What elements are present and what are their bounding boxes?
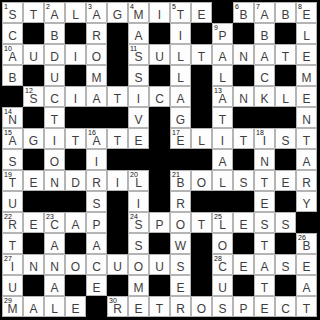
- cell-r3c11[interactable]: A: [212, 44, 233, 65]
- cell-r3c15[interactable]: E: [296, 44, 317, 65]
- cell-r8c15[interactable]: A: [296, 149, 317, 170]
- cell-letter: E: [297, 92, 316, 106]
- cell-letter: B: [297, 239, 316, 253]
- cell-r5c2[interactable]: 12S: [23, 86, 44, 107]
- cell-letter: B: [255, 29, 274, 43]
- cell-r13c15[interactable]: E: [296, 254, 317, 275]
- cell-r1c13[interactable]: 7A: [254, 2, 275, 23]
- cell-letter: C: [255, 71, 274, 85]
- cell-r13c8[interactable]: U: [149, 254, 170, 275]
- cell-r12c11[interactable]: O: [212, 233, 233, 254]
- cell-r1c7[interactable]: 4M: [128, 2, 149, 23]
- cell-r9c5[interactable]: R: [86, 170, 107, 191]
- cell-letter: B: [234, 8, 253, 22]
- cell-r5c10-block: [191, 86, 212, 107]
- cell-r15c12[interactable]: P: [233, 296, 254, 317]
- cell-r14c12-block: [233, 275, 254, 296]
- cell-r9c6[interactable]: I: [107, 170, 128, 191]
- cell-r11c14[interactable]: S: [275, 212, 296, 233]
- cell-r5c3[interactable]: C: [44, 86, 65, 107]
- cell-r14c5[interactable]: E: [86, 275, 107, 296]
- cell-letter: A: [66, 218, 85, 232]
- cell-r9c4[interactable]: D: [65, 170, 86, 191]
- cell-r4c14-block: [275, 65, 296, 86]
- cell-letter: I: [45, 134, 64, 148]
- cell-r11c12[interactable]: E: [233, 212, 254, 233]
- cell-letter: I: [108, 176, 127, 190]
- cell-letter: A: [24, 302, 43, 316]
- cell-r2c3[interactable]: B: [44, 23, 65, 44]
- cell-r12c6-block: [107, 233, 128, 254]
- cell-r6c12-block: [233, 107, 254, 128]
- cell-r1c6[interactable]: G: [107, 2, 128, 23]
- cell-r13c3[interactable]: N: [44, 254, 65, 275]
- cell-r8c2-block: [23, 149, 44, 170]
- cell-r10c15[interactable]: Y: [296, 191, 317, 212]
- cell-r8c12-block: [233, 149, 254, 170]
- cell-letter: R: [108, 302, 127, 316]
- cell-r12c5[interactable]: A: [86, 233, 107, 254]
- cell-r4c13[interactable]: C: [254, 65, 275, 86]
- cell-r9c1[interactable]: 19T: [2, 170, 23, 191]
- cell-r5c13[interactable]: K: [254, 86, 275, 107]
- cell-r15c1[interactable]: 29M: [2, 296, 23, 317]
- cell-letter: A: [213, 92, 232, 106]
- cell-letter: U: [3, 281, 22, 295]
- cell-letter: C: [87, 260, 106, 274]
- cell-r3c1[interactable]: 10A: [2, 44, 23, 65]
- cell-letter: E: [87, 281, 106, 295]
- cell-r14c2-block: [23, 275, 44, 296]
- cell-r14c1[interactable]: U: [2, 275, 23, 296]
- cell-r7c4[interactable]: T: [65, 128, 86, 149]
- cell-letter: D: [45, 50, 64, 64]
- cell-r2c4-block: [65, 23, 86, 44]
- cell-letter: U: [24, 50, 43, 64]
- cell-r7c7[interactable]: E: [128, 128, 149, 149]
- cell-r8c1[interactable]: S: [2, 149, 23, 170]
- cell-letter: O: [129, 260, 148, 274]
- cell-r1c14[interactable]: B: [275, 2, 296, 23]
- cell-r3c13[interactable]: A: [254, 44, 275, 65]
- cell-r6c1[interactable]: 14N: [2, 107, 23, 128]
- cell-letter: B: [171, 176, 190, 190]
- cell-r5c6[interactable]: T: [107, 86, 128, 107]
- cell-letter: M: [129, 281, 148, 295]
- cell-letter: T: [297, 302, 316, 316]
- cell-r9c12[interactable]: S: [233, 170, 254, 191]
- cell-r14c15[interactable]: A: [296, 275, 317, 296]
- cell-r7c1[interactable]: 15A: [2, 128, 23, 149]
- cell-letter: T: [171, 8, 190, 22]
- cell-r2c8-block: [149, 23, 170, 44]
- cell-letter: S: [276, 218, 295, 232]
- cell-r4c6-block: [107, 65, 128, 86]
- cell-letter: R: [171, 302, 190, 316]
- cell-letter: S: [129, 50, 148, 64]
- cell-letter: N: [234, 92, 253, 106]
- cell-r13c9[interactable]: S: [170, 254, 191, 275]
- cell-r10c4-block: [65, 191, 86, 212]
- cell-r15c7[interactable]: E: [128, 296, 149, 317]
- cell-r2c9[interactable]: I: [170, 23, 191, 44]
- cell-r3c5[interactable]: O: [86, 44, 107, 65]
- cell-r6c4-block: [65, 107, 86, 128]
- cell-r10c3-block: [44, 191, 65, 212]
- cell-r14c10-block: [191, 275, 212, 296]
- cell-letter: I: [255, 134, 274, 148]
- cell-r12c9[interactable]: W: [170, 233, 191, 254]
- cell-r12c7[interactable]: S: [128, 233, 149, 254]
- cell-r7c10[interactable]: L: [191, 128, 212, 149]
- cell-r4c3[interactable]: U: [44, 65, 65, 86]
- cell-letter: T: [3, 239, 22, 253]
- cell-r8c5[interactable]: I: [86, 149, 107, 170]
- cell-r8c4-block: [65, 149, 86, 170]
- cell-letter: A: [3, 50, 22, 64]
- cell-letter: O: [192, 302, 211, 316]
- cell-letter: P: [213, 29, 232, 43]
- cell-r8c3[interactable]: O: [44, 149, 65, 170]
- cell-r13c6[interactable]: U: [107, 254, 128, 275]
- cell-letter: L: [129, 176, 148, 190]
- cell-r10c12-block: [233, 191, 254, 212]
- cell-r12c4-block: [65, 233, 86, 254]
- cell-letter: E: [234, 260, 253, 274]
- cell-letter: E: [276, 176, 295, 190]
- cell-letter: T: [108, 92, 127, 106]
- cell-r15c8[interactable]: T: [149, 296, 170, 317]
- cell-r11c1[interactable]: 22R: [2, 212, 23, 233]
- cell-r15c14[interactable]: C: [275, 296, 296, 317]
- cell-r3c10[interactable]: T: [191, 44, 212, 65]
- cell-letter: A: [213, 155, 232, 169]
- cell-r3c8[interactable]: U: [149, 44, 170, 65]
- cell-r12c15[interactable]: 26B: [296, 233, 317, 254]
- cell-letter: I: [213, 134, 232, 148]
- cell-r2c15[interactable]: L: [296, 23, 317, 44]
- cell-r9c10[interactable]: O: [191, 170, 212, 191]
- cell-letter: R: [297, 176, 316, 190]
- cell-r15c9[interactable]: R: [170, 296, 191, 317]
- cell-r7c14[interactable]: S: [275, 128, 296, 149]
- cell-r1c8[interactable]: I: [149, 2, 170, 23]
- cell-letter: S: [24, 92, 43, 106]
- cell-r7c12[interactable]: T: [233, 128, 254, 149]
- cell-letter: A: [213, 50, 232, 64]
- cell-letter: L: [171, 50, 190, 64]
- cell-r7c8-block: [149, 128, 170, 149]
- cell-letter: M: [87, 71, 106, 85]
- cell-r7c15[interactable]: T: [296, 128, 317, 149]
- cell-r1c1[interactable]: 1S: [2, 2, 23, 23]
- cell-r6c11[interactable]: T: [212, 107, 233, 128]
- cell-r11c11[interactable]: 25L: [212, 212, 233, 233]
- cell-r7c5[interactable]: 16A: [86, 128, 107, 149]
- cell-letter: E: [297, 50, 316, 64]
- cell-r10c13[interactable]: E: [254, 191, 275, 212]
- cell-r14c3[interactable]: A: [44, 275, 65, 296]
- cell-letter: S: [129, 71, 148, 85]
- cell-r13c4[interactable]: O: [65, 254, 86, 275]
- cell-letter: A: [45, 281, 64, 295]
- cell-letter: R: [171, 197, 190, 211]
- cell-r13c1[interactable]: 27I: [2, 254, 23, 275]
- cell-r3c12[interactable]: N: [233, 44, 254, 65]
- cell-r12c10-block: [191, 233, 212, 254]
- cell-letter: E: [129, 302, 148, 316]
- cell-r5c14[interactable]: L: [275, 86, 296, 107]
- cell-letter: S: [234, 176, 253, 190]
- cell-r1c11-block: [212, 2, 233, 23]
- cell-letter: A: [87, 92, 106, 106]
- cell-letter: E: [171, 134, 190, 148]
- cell-r13c10-block: [191, 254, 212, 275]
- cell-letter: T: [213, 113, 232, 127]
- cell-r5c15[interactable]: E: [296, 86, 317, 107]
- cell-r9c2[interactable]: E: [23, 170, 44, 191]
- cell-r1c12[interactable]: 6B: [233, 2, 254, 23]
- cell-r7c9[interactable]: 17E: [170, 128, 191, 149]
- cell-letter: A: [87, 134, 106, 148]
- cell-letter: C: [3, 29, 22, 43]
- cell-r11c2[interactable]: E: [23, 212, 44, 233]
- cell-letter: T: [192, 50, 211, 64]
- cell-r5c5[interactable]: A: [86, 86, 107, 107]
- cell-r13c11[interactable]: 28C: [212, 254, 233, 275]
- cell-letter: B: [45, 29, 64, 43]
- cell-letter: T: [255, 239, 274, 253]
- cell-r14c7[interactable]: M: [128, 275, 149, 296]
- cell-r7c3[interactable]: I: [44, 128, 65, 149]
- cell-r4c5[interactable]: M: [86, 65, 107, 86]
- cell-r9c9[interactable]: 21B: [170, 170, 191, 191]
- cell-letter: S: [3, 155, 22, 169]
- cell-r11c8[interactable]: P: [149, 212, 170, 233]
- cell-r1c4[interactable]: L: [65, 2, 86, 23]
- cell-r6c7[interactable]: V: [128, 107, 149, 128]
- cell-r12c14-block: [275, 233, 296, 254]
- cell-r10c9[interactable]: R: [170, 191, 191, 212]
- cell-letter: G: [108, 8, 127, 22]
- cell-r13c5[interactable]: C: [86, 254, 107, 275]
- cell-r1c10[interactable]: E: [191, 2, 212, 23]
- cell-r3c2[interactable]: U: [23, 44, 44, 65]
- cell-r14c13[interactable]: T: [254, 275, 275, 296]
- cell-letter: U: [3, 197, 22, 211]
- cell-letter: N: [255, 155, 274, 169]
- cell-r11c3[interactable]: 23C: [44, 212, 65, 233]
- cell-r11c6-block: [107, 212, 128, 233]
- cell-r13c2[interactable]: N: [23, 254, 44, 275]
- cell-letter: A: [45, 239, 64, 253]
- cell-r8c13[interactable]: N: [254, 149, 275, 170]
- cell-letter: T: [255, 281, 274, 295]
- cell-letter: T: [234, 134, 253, 148]
- cell-r10c5[interactable]: S: [86, 191, 107, 212]
- cell-letter: C: [213, 260, 232, 274]
- cell-letter: A: [171, 92, 190, 106]
- cell-r5c7[interactable]: I: [128, 86, 149, 107]
- cell-r8c8-block: [149, 149, 170, 170]
- cell-r8c11[interactable]: A: [212, 149, 233, 170]
- cell-r9c11[interactable]: L: [212, 170, 233, 191]
- cell-r11c13[interactable]: S: [254, 212, 275, 233]
- cell-letter: A: [45, 8, 64, 22]
- cell-r5c8[interactable]: C: [149, 86, 170, 107]
- cell-r9c15[interactable]: R: [296, 170, 317, 191]
- cell-r11c4[interactable]: A: [65, 212, 86, 233]
- cell-r4c11[interactable]: L: [212, 65, 233, 86]
- cell-r6c15[interactable]: N: [296, 107, 317, 128]
- cell-letter: S: [171, 260, 190, 274]
- cell-r13c12[interactable]: E: [233, 254, 254, 275]
- cell-r15c13[interactable]: E: [254, 296, 275, 317]
- cell-letter: B: [276, 8, 295, 22]
- cell-letter: N: [45, 176, 64, 190]
- cell-letter: T: [45, 113, 64, 127]
- cell-r13c13[interactable]: A: [254, 254, 275, 275]
- cell-letter: N: [45, 260, 64, 274]
- cell-letter: P: [234, 302, 253, 316]
- cell-letter: A: [255, 50, 274, 64]
- cell-r11c9[interactable]: O: [170, 212, 191, 233]
- cell-r11c5[interactable]: P: [86, 212, 107, 233]
- cell-letter: E: [24, 176, 43, 190]
- cell-r13c14[interactable]: S: [275, 254, 296, 275]
- cell-r4c10-block: [191, 65, 212, 86]
- cell-r2c13[interactable]: B: [254, 23, 275, 44]
- cell-letter: A: [87, 8, 106, 22]
- cell-letter: E: [66, 302, 85, 316]
- cell-r4c15[interactable]: M: [296, 65, 317, 86]
- cell-letter: O: [87, 50, 106, 64]
- cell-letter: M: [3, 302, 22, 316]
- cell-r10c1[interactable]: U: [2, 191, 23, 212]
- cell-letter: U: [150, 50, 169, 64]
- cell-r4c7[interactable]: S: [128, 65, 149, 86]
- cell-r9c13[interactable]: T: [254, 170, 275, 191]
- cell-r6c2-block: [23, 107, 44, 128]
- cell-letter: U: [108, 260, 127, 274]
- cell-r2c11[interactable]: 9P: [212, 23, 233, 44]
- cell-r15c10[interactable]: O: [191, 296, 212, 317]
- cell-letter: N: [234, 50, 253, 64]
- cell-r3c9[interactable]: L: [170, 44, 191, 65]
- cell-letter: N: [24, 260, 43, 274]
- cell-r5c11[interactable]: 13A: [212, 86, 233, 107]
- cell-r15c15[interactable]: T: [296, 296, 317, 317]
- cell-r4c2-block: [23, 65, 44, 86]
- cell-letter: C: [150, 92, 169, 106]
- cell-r7c6[interactable]: T: [107, 128, 128, 149]
- cell-r9c14[interactable]: E: [275, 170, 296, 191]
- cell-r3c7[interactable]: 11S: [128, 44, 149, 65]
- cell-r9c3[interactable]: N: [44, 170, 65, 191]
- cell-r2c1[interactable]: C: [2, 23, 23, 44]
- cell-r1c9[interactable]: 5T: [170, 2, 191, 23]
- cell-r2c5[interactable]: R: [86, 23, 107, 44]
- cell-r10c8-block: [149, 191, 170, 212]
- cell-r5c12[interactable]: N: [233, 86, 254, 107]
- cell-r8c14-block: [275, 149, 296, 170]
- cell-r5c4[interactable]: I: [65, 86, 86, 107]
- cell-r15c2[interactable]: A: [23, 296, 44, 317]
- cell-r12c1[interactable]: T: [2, 233, 23, 254]
- cell-letter: S: [255, 218, 274, 232]
- cell-letter: L: [276, 92, 295, 106]
- cell-letter: U: [213, 281, 232, 295]
- cell-r9c7[interactable]: 20L: [128, 170, 149, 191]
- cell-letter: L: [192, 134, 211, 148]
- cell-letter: E: [297, 260, 316, 274]
- cell-r7c2[interactable]: G: [23, 128, 44, 149]
- cell-r15c6[interactable]: 30R: [107, 296, 128, 317]
- cell-r5c9[interactable]: A: [170, 86, 191, 107]
- cell-letter: T: [297, 134, 316, 148]
- cell-letter: O: [66, 260, 85, 274]
- cell-r12c3[interactable]: A: [44, 233, 65, 254]
- cell-r11c10[interactable]: T: [191, 212, 212, 233]
- cell-letter: A: [3, 134, 22, 148]
- cell-letter: T: [66, 134, 85, 148]
- cell-r10c7[interactable]: I: [128, 191, 149, 212]
- cell-r1c3[interactable]: 2A: [44, 2, 65, 23]
- cell-letter: B: [3, 71, 22, 85]
- cell-letter: N: [297, 113, 316, 127]
- cell-r14c8-block: [149, 275, 170, 296]
- cell-r4c8-block: [149, 65, 170, 86]
- cell-r6c3[interactable]: T: [44, 107, 65, 128]
- cell-r1c15[interactable]: 8E: [296, 2, 317, 23]
- cell-letter: K: [255, 92, 274, 106]
- cell-r11c7[interactable]: 24S: [128, 212, 149, 233]
- cell-letter: V: [129, 113, 148, 127]
- cell-letter: S: [276, 134, 295, 148]
- cell-r6c9[interactable]: G: [170, 107, 191, 128]
- cell-r15c3[interactable]: L: [44, 296, 65, 317]
- cell-r15c11[interactable]: S: [212, 296, 233, 317]
- cell-r14c9[interactable]: E: [170, 275, 191, 296]
- cell-r14c4-block: [65, 275, 86, 296]
- cell-r2c7[interactable]: A: [128, 23, 149, 44]
- cell-r7c13[interactable]: 18I: [254, 128, 275, 149]
- cell-letter: S: [3, 8, 22, 22]
- cell-r4c12-block: [233, 65, 254, 86]
- cell-r3c14[interactable]: T: [275, 44, 296, 65]
- cell-r1c2[interactable]: T: [23, 2, 44, 23]
- cell-r14c11[interactable]: U: [212, 275, 233, 296]
- cell-r4c1[interactable]: B: [2, 65, 23, 86]
- cell-letter: T: [108, 134, 127, 148]
- cell-r6c13-block: [254, 107, 275, 128]
- cell-r13c7[interactable]: O: [128, 254, 149, 275]
- cell-r3c4[interactable]: I: [65, 44, 86, 65]
- cell-r4c9[interactable]: L: [170, 65, 191, 86]
- cell-r2c14-block: [275, 23, 296, 44]
- cell-letter: A: [87, 239, 106, 253]
- cell-r12c13[interactable]: T: [254, 233, 275, 254]
- cell-letter: E: [255, 302, 274, 316]
- cell-r3c3[interactable]: D: [44, 44, 65, 65]
- cell-letter: T: [192, 218, 211, 232]
- cell-r15c4[interactable]: E: [65, 296, 86, 317]
- cell-r8c6-block: [107, 149, 128, 170]
- cell-r10c14-block: [275, 191, 296, 212]
- cell-r5c1-block: [2, 86, 23, 107]
- cell-r7c11[interactable]: I: [212, 128, 233, 149]
- cell-r1c5[interactable]: 3A: [86, 2, 107, 23]
